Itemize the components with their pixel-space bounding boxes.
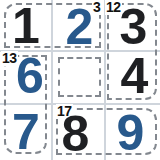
cell-r2c2[interactable] xyxy=(52,51,105,104)
cell-r3c3[interactable]: 9 xyxy=(105,104,160,160)
digit: 2 xyxy=(66,2,94,52)
digit: 3 xyxy=(120,2,148,52)
digit: 7 xyxy=(12,107,40,157)
cell-r2c1[interactable]: 6 xyxy=(0,51,52,104)
digit: 8 xyxy=(62,109,90,159)
digit: 9 xyxy=(117,108,145,158)
cell-r2c3[interactable]: 4 xyxy=(105,51,160,104)
cell-grid: 1 2 3 6 4 7 8 9 xyxy=(0,0,160,160)
cell-r3c1[interactable]: 7 xyxy=(0,104,52,160)
cell-r1c3[interactable]: 3 xyxy=(105,0,160,51)
digit: 6 xyxy=(16,51,44,101)
killer-sudoku-board: 3 12 13 17 1 2 3 6 4 7 8 9 xyxy=(0,0,160,160)
digit: 4 xyxy=(121,51,149,101)
cell-r1c1[interactable]: 1 xyxy=(0,0,52,51)
digit: 1 xyxy=(12,1,40,51)
cell-r1c2[interactable]: 2 xyxy=(52,0,105,51)
cell-r3c2[interactable]: 8 xyxy=(52,104,105,160)
